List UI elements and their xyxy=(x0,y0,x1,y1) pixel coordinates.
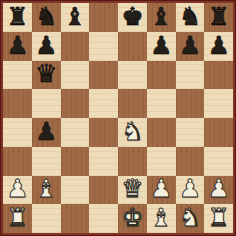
square-h5[interactable] xyxy=(204,89,233,118)
chess-board-frame: ♜♞♝♚♝♞♜♟♟♟♟♟♛♟♞♟♝♛♟♟♟♜♚♝♞♜ xyxy=(0,0,236,236)
square-a3[interactable] xyxy=(3,147,32,176)
piece-black-king[interactable]: ♚ xyxy=(121,4,143,29)
square-g3[interactable] xyxy=(176,147,205,176)
piece-black-knight[interactable]: ♞ xyxy=(179,4,201,29)
piece-black-pawn[interactable]: ♟ xyxy=(179,33,201,58)
square-b8[interactable]: ♞ xyxy=(32,3,61,32)
square-a7[interactable]: ♟ xyxy=(3,32,32,61)
square-h7[interactable]: ♟ xyxy=(204,32,233,61)
square-d1[interactable] xyxy=(89,204,118,233)
piece-white-knight[interactable]: ♞ xyxy=(179,205,201,230)
square-a8[interactable]: ♜ xyxy=(3,3,32,32)
piece-white-rook[interactable]: ♜ xyxy=(207,205,229,230)
square-a5[interactable] xyxy=(3,89,32,118)
square-d2[interactable] xyxy=(89,176,118,205)
piece-black-rook[interactable]: ♜ xyxy=(207,4,229,29)
piece-white-king[interactable]: ♚ xyxy=(121,205,143,230)
square-c2[interactable] xyxy=(61,176,90,205)
square-c4[interactable] xyxy=(61,118,90,147)
square-c6[interactable] xyxy=(61,61,90,90)
piece-white-pawn[interactable]: ♟ xyxy=(179,176,201,201)
square-g1[interactable]: ♞ xyxy=(176,204,205,233)
square-d8[interactable] xyxy=(89,3,118,32)
square-a6[interactable] xyxy=(3,61,32,90)
square-a4[interactable] xyxy=(3,118,32,147)
square-b1[interactable] xyxy=(32,204,61,233)
square-e4[interactable]: ♞ xyxy=(118,118,147,147)
square-e5[interactable] xyxy=(118,89,147,118)
piece-white-rook[interactable]: ♜ xyxy=(6,205,28,230)
square-g5[interactable] xyxy=(176,89,205,118)
piece-black-knight[interactable]: ♞ xyxy=(35,4,57,29)
square-g2[interactable]: ♟ xyxy=(176,176,205,205)
square-e6[interactable] xyxy=(118,61,147,90)
square-b2[interactable]: ♝ xyxy=(32,176,61,205)
square-a1[interactable]: ♜ xyxy=(3,204,32,233)
square-g4[interactable] xyxy=(176,118,205,147)
square-d5[interactable] xyxy=(89,89,118,118)
square-h8[interactable]: ♜ xyxy=(204,3,233,32)
piece-white-pawn[interactable]: ♟ xyxy=(207,176,229,201)
piece-black-bishop[interactable]: ♝ xyxy=(64,4,86,29)
square-g6[interactable] xyxy=(176,61,205,90)
piece-white-bishop[interactable]: ♝ xyxy=(150,205,172,230)
square-b6[interactable]: ♛ xyxy=(32,61,61,90)
square-f1[interactable]: ♝ xyxy=(147,204,176,233)
square-e3[interactable] xyxy=(118,147,147,176)
piece-black-rook[interactable]: ♜ xyxy=(6,4,28,29)
square-c8[interactable]: ♝ xyxy=(61,3,90,32)
square-h4[interactable] xyxy=(204,118,233,147)
piece-black-queen[interactable]: ♛ xyxy=(35,61,57,86)
square-c1[interactable] xyxy=(61,204,90,233)
square-c7[interactable] xyxy=(61,32,90,61)
square-b4[interactable]: ♟ xyxy=(32,118,61,147)
piece-black-pawn[interactable]: ♟ xyxy=(35,119,57,144)
square-b7[interactable]: ♟ xyxy=(32,32,61,61)
square-d4[interactable] xyxy=(89,118,118,147)
piece-white-bishop[interactable]: ♝ xyxy=(35,176,57,201)
piece-white-queen[interactable]: ♛ xyxy=(121,176,143,201)
square-e1[interactable]: ♚ xyxy=(118,204,147,233)
square-g7[interactable]: ♟ xyxy=(176,32,205,61)
square-d3[interactable] xyxy=(89,147,118,176)
piece-white-knight[interactable]: ♞ xyxy=(121,119,143,144)
square-c5[interactable] xyxy=(61,89,90,118)
square-h6[interactable] xyxy=(204,61,233,90)
square-d6[interactable] xyxy=(89,61,118,90)
square-f2[interactable]: ♟ xyxy=(147,176,176,205)
piece-black-pawn[interactable]: ♟ xyxy=(6,33,28,58)
square-f5[interactable] xyxy=(147,89,176,118)
square-h1[interactable]: ♜ xyxy=(204,204,233,233)
piece-white-pawn[interactable]: ♟ xyxy=(6,176,28,201)
square-f6[interactable] xyxy=(147,61,176,90)
chess-board: ♜♞♝♚♝♞♜♟♟♟♟♟♛♟♞♟♝♛♟♟♟♜♚♝♞♜ xyxy=(3,3,233,233)
square-f3[interactable] xyxy=(147,147,176,176)
square-h2[interactable]: ♟ xyxy=(204,176,233,205)
square-b5[interactable] xyxy=(32,89,61,118)
square-e2[interactable]: ♛ xyxy=(118,176,147,205)
piece-black-pawn[interactable]: ♟ xyxy=(35,33,57,58)
square-e8[interactable]: ♚ xyxy=(118,3,147,32)
square-g8[interactable]: ♞ xyxy=(176,3,205,32)
square-b3[interactable] xyxy=(32,147,61,176)
piece-black-bishop[interactable]: ♝ xyxy=(150,4,172,29)
square-h3[interactable] xyxy=(204,147,233,176)
piece-black-pawn[interactable]: ♟ xyxy=(207,33,229,58)
square-a2[interactable]: ♟ xyxy=(3,176,32,205)
square-f7[interactable]: ♟ xyxy=(147,32,176,61)
square-c3[interactable] xyxy=(61,147,90,176)
piece-white-pawn[interactable]: ♟ xyxy=(150,176,172,201)
square-e7[interactable] xyxy=(118,32,147,61)
square-d7[interactable] xyxy=(89,32,118,61)
piece-black-pawn[interactable]: ♟ xyxy=(150,33,172,58)
square-f4[interactable] xyxy=(147,118,176,147)
square-f8[interactable]: ♝ xyxy=(147,3,176,32)
